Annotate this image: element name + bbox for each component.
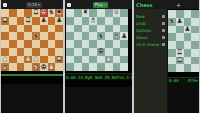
white-bishop: ♝ bbox=[2, 64, 8, 71]
white-king: ♚ bbox=[98, 48, 104, 55]
white-rook: ♜ bbox=[176, 57, 182, 64]
menu-item[interactable]: v5.0: Game Menu… bbox=[134, 41, 167, 48]
square[interactable] bbox=[176, 41, 184, 49]
eval-text: +2.3 d=12 bbox=[119, 75, 132, 80]
menu-item-icon bbox=[162, 43, 165, 46]
menu-item[interactable]: About bbox=[134, 34, 167, 41]
black-pawn: ♟ bbox=[176, 18, 182, 25]
square[interactable]: ♛ bbox=[113, 9, 121, 17]
chevron-down-icon: ▾ bbox=[104, 2, 106, 7]
white-pawn: ♟ bbox=[105, 56, 111, 63]
square[interactable]: ♞ bbox=[32, 32, 40, 40]
white-pawn: ♟ bbox=[33, 56, 39, 63]
square[interactable] bbox=[66, 32, 74, 40]
square[interactable]: ♞ bbox=[48, 9, 56, 17]
square[interactable] bbox=[9, 56, 17, 64]
square[interactable] bbox=[74, 25, 82, 33]
square[interactable]: ♟ bbox=[120, 32, 128, 40]
white-knight: ♞ bbox=[33, 64, 39, 71]
square[interactable]: ♜ bbox=[176, 57, 184, 65]
square[interactable] bbox=[168, 49, 176, 57]
square[interactable] bbox=[9, 63, 17, 71]
square[interactable] bbox=[97, 9, 105, 17]
square[interactable] bbox=[40, 25, 48, 33]
game-menu-label: 0:10 bbox=[28, 2, 37, 7]
square[interactable] bbox=[97, 63, 105, 71]
square[interactable] bbox=[97, 56, 105, 64]
lower-area bbox=[168, 83, 199, 113]
square[interactable] bbox=[1, 9, 9, 17]
menu-item-label: v5.0: Game Menu… bbox=[136, 42, 161, 47]
square[interactable] bbox=[24, 32, 32, 40]
square[interactable] bbox=[1, 25, 9, 33]
square[interactable] bbox=[74, 40, 82, 48]
square[interactable] bbox=[184, 64, 192, 72]
square[interactable] bbox=[168, 33, 176, 41]
square[interactable] bbox=[24, 63, 32, 71]
plus-icon[interactable]: + bbox=[176, 2, 181, 8]
menu-item-icon bbox=[162, 22, 165, 25]
square[interactable] bbox=[24, 48, 32, 56]
white-rook: ♜ bbox=[2, 17, 8, 24]
square[interactable]: ♚ bbox=[40, 63, 48, 71]
square[interactable] bbox=[191, 49, 199, 57]
square[interactable]: ♜ bbox=[82, 9, 90, 17]
app-icon bbox=[67, 3, 71, 7]
square[interactable] bbox=[191, 33, 199, 41]
square[interactable] bbox=[105, 32, 113, 40]
menu-item[interactable]: New bbox=[134, 13, 167, 20]
square[interactable] bbox=[82, 63, 90, 71]
square[interactable] bbox=[17, 9, 25, 17]
square[interactable] bbox=[120, 9, 128, 17]
square[interactable] bbox=[105, 17, 113, 25]
square[interactable] bbox=[66, 9, 74, 17]
square[interactable]: ♚ bbox=[40, 9, 48, 17]
square[interactable] bbox=[74, 63, 82, 71]
square[interactable] bbox=[17, 63, 25, 71]
square[interactable] bbox=[97, 25, 105, 33]
square[interactable]: ♟ bbox=[105, 56, 113, 64]
toolbar: 0:10▾ bbox=[1, 0, 63, 9]
menu-item-label: Options bbox=[136, 28, 151, 33]
square[interactable]: ♝ bbox=[1, 63, 9, 71]
square[interactable] bbox=[40, 32, 48, 40]
square[interactable] bbox=[97, 17, 105, 25]
chess-board-teal[interactable]: ♜♛♝♞♝♟♚♟ bbox=[66, 9, 128, 71]
square[interactable]: ♟ bbox=[55, 17, 63, 25]
square[interactable] bbox=[113, 56, 121, 64]
square[interactable] bbox=[191, 18, 199, 26]
black-knight: ♞ bbox=[98, 33, 104, 40]
square[interactable] bbox=[40, 40, 48, 48]
panel-teal-board: Play▾ ♜♛♝♞♝♟♚♟ 0:00 24.Bg5 Ne5 25.Bd7 +2… bbox=[65, 0, 132, 113]
square[interactable] bbox=[82, 40, 90, 48]
square[interactable] bbox=[66, 17, 74, 25]
square[interactable] bbox=[168, 10, 176, 18]
square[interactable] bbox=[184, 33, 192, 41]
white-bishop: ♝ bbox=[113, 33, 119, 40]
square[interactable] bbox=[89, 32, 97, 40]
menu-item-icon bbox=[162, 29, 165, 32]
square[interactable]: ♟ bbox=[176, 18, 184, 26]
move-list-area bbox=[65, 87, 132, 113]
menu-item-icon bbox=[162, 15, 165, 18]
square[interactable]: ♟ bbox=[32, 56, 40, 64]
square[interactable] bbox=[55, 63, 63, 71]
square[interactable]: ♞ bbox=[168, 18, 176, 26]
square[interactable] bbox=[9, 48, 17, 56]
square[interactable] bbox=[113, 63, 121, 71]
square[interactable] bbox=[55, 48, 63, 56]
black-knight: ♞ bbox=[169, 18, 175, 25]
square[interactable] bbox=[66, 63, 74, 71]
panel-classic-board: 0:10▾ ♜♚♞♜♜♜♟♟♞♟♟♟♜♝♞♚♟ bbox=[1, 0, 63, 113]
engine-status-bar: 0:00 24.Bg5 Ne5 25.Bd7 +2.3 d=12 bbox=[65, 73, 132, 80]
panel-body: ♞♟♟♜♜ 0:00 Rf6+ NewUndoOptionsAboutv5.0:… bbox=[134, 9, 199, 113]
square[interactable] bbox=[176, 10, 184, 18]
square[interactable] bbox=[17, 40, 25, 48]
square[interactable]: ♜ bbox=[32, 9, 40, 17]
square[interactable]: ♞ bbox=[97, 32, 105, 40]
square[interactable] bbox=[184, 18, 192, 26]
black-rook: ♜ bbox=[56, 9, 62, 16]
white-king: ♚ bbox=[40, 64, 46, 71]
square[interactable] bbox=[24, 9, 32, 17]
triple-screenshot: 0:10▾ ♜♚♞♜♜♜♟♟♞♟♟♟♜♝♞♚♟ Play▾ ♜♛♝♞♝♟♚♟ 0… bbox=[0, 0, 200, 113]
move-list-area bbox=[1, 84, 63, 113]
square[interactable] bbox=[9, 32, 17, 40]
square[interactable] bbox=[9, 40, 17, 48]
black-pawn: ♟ bbox=[40, 17, 46, 24]
square[interactable] bbox=[55, 32, 63, 40]
square[interactable] bbox=[48, 48, 56, 56]
square[interactable] bbox=[74, 9, 82, 17]
square[interactable] bbox=[74, 48, 82, 56]
square[interactable] bbox=[89, 56, 97, 64]
square[interactable] bbox=[32, 48, 40, 56]
square[interactable] bbox=[74, 56, 82, 64]
square[interactable] bbox=[82, 32, 90, 40]
square[interactable] bbox=[168, 64, 176, 72]
play-label: Play bbox=[95, 2, 103, 7]
square[interactable] bbox=[89, 48, 97, 56]
square[interactable] bbox=[74, 32, 82, 40]
white-rook: ♜ bbox=[56, 56, 62, 63]
square[interactable] bbox=[120, 17, 128, 25]
square[interactable] bbox=[176, 64, 184, 72]
square[interactable] bbox=[105, 63, 113, 71]
black-pawn: ♟ bbox=[56, 17, 62, 24]
square[interactable] bbox=[184, 49, 192, 57]
square[interactable]: ♜ bbox=[1, 17, 9, 25]
square[interactable] bbox=[97, 40, 105, 48]
square[interactable] bbox=[191, 26, 199, 34]
square[interactable] bbox=[113, 25, 121, 33]
square[interactable] bbox=[89, 25, 97, 33]
square[interactable] bbox=[48, 56, 56, 64]
square[interactable] bbox=[24, 25, 32, 33]
square[interactable] bbox=[168, 26, 176, 34]
square[interactable] bbox=[48, 32, 56, 40]
square[interactable] bbox=[113, 40, 121, 48]
square[interactable] bbox=[105, 48, 113, 56]
panel-menu-over-board: Chess + ♞♟♟♜♜ 0:00 Rf6+ NewUndoOptionsAb… bbox=[134, 0, 199, 113]
square[interactable] bbox=[184, 41, 192, 49]
square[interactable] bbox=[89, 40, 97, 48]
square[interactable] bbox=[9, 17, 17, 25]
toolbar: Play▾ bbox=[65, 0, 132, 9]
black-pawn: ♟ bbox=[184, 26, 190, 33]
square[interactable] bbox=[9, 9, 17, 17]
app-icon bbox=[3, 3, 7, 7]
square[interactable] bbox=[32, 25, 40, 33]
square[interactable] bbox=[9, 25, 17, 33]
square[interactable] bbox=[168, 41, 176, 49]
menu-item[interactable]: Options bbox=[134, 27, 167, 34]
square[interactable] bbox=[40, 48, 48, 56]
square[interactable] bbox=[191, 41, 199, 49]
menu-item-label: About bbox=[136, 35, 148, 40]
square[interactable] bbox=[24, 40, 32, 48]
square[interactable] bbox=[113, 17, 121, 25]
play-button[interactable]: Play▾ bbox=[93, 2, 108, 8]
square[interactable]: ♟ bbox=[48, 63, 56, 71]
square[interactable]: ♝ bbox=[113, 32, 121, 40]
square[interactable] bbox=[40, 56, 48, 64]
chess-board-classic[interactable]: ♜♚♞♜♜♜♟♟♞♟♟♟♜♝♞♚♟ bbox=[1, 9, 63, 71]
square[interactable] bbox=[48, 40, 56, 48]
square[interactable] bbox=[55, 25, 63, 33]
square[interactable] bbox=[66, 40, 74, 48]
black-queen: ♛ bbox=[113, 9, 119, 16]
square[interactable] bbox=[17, 32, 25, 40]
square[interactable] bbox=[105, 25, 113, 33]
square[interactable] bbox=[89, 9, 97, 17]
square[interactable] bbox=[191, 57, 199, 65]
square[interactable] bbox=[176, 26, 184, 34]
square[interactable]: ♚ bbox=[97, 48, 105, 56]
white-rook: ♜ bbox=[176, 49, 182, 56]
square[interactable]: ♜ bbox=[55, 56, 63, 64]
black-knight: ♞ bbox=[48, 9, 54, 16]
square[interactable] bbox=[55, 40, 63, 48]
toolbar: Chess + bbox=[134, 0, 199, 9]
square[interactable] bbox=[48, 25, 56, 33]
square[interactable] bbox=[17, 56, 25, 64]
white-pawn: ♟ bbox=[48, 64, 54, 71]
square[interactable]: ♟ bbox=[40, 17, 48, 25]
white-bishop: ♝ bbox=[90, 17, 96, 24]
square[interactable] bbox=[89, 63, 97, 71]
square[interactable] bbox=[32, 17, 40, 25]
white-rook: ♜ bbox=[25, 17, 31, 24]
app-title: Chess bbox=[136, 2, 153, 8]
square[interactable] bbox=[105, 9, 113, 17]
menu-item-icon bbox=[162, 36, 165, 39]
square[interactable]: ♜ bbox=[176, 49, 184, 57]
square[interactable] bbox=[66, 56, 74, 64]
square[interactable] bbox=[74, 17, 82, 25]
square[interactable] bbox=[82, 17, 90, 25]
square[interactable] bbox=[120, 25, 128, 33]
square[interactable] bbox=[184, 57, 192, 65]
square[interactable] bbox=[66, 25, 74, 33]
square[interactable] bbox=[17, 25, 25, 33]
game-menu-button[interactable]: 0:10▾ bbox=[26, 2, 42, 8]
square[interactable] bbox=[1, 32, 9, 40]
square[interactable] bbox=[32, 40, 40, 48]
black-pawn: ♟ bbox=[121, 33, 127, 40]
menu-item-label: New bbox=[136, 14, 145, 19]
square[interactable] bbox=[120, 40, 128, 48]
black-king: ♚ bbox=[40, 9, 46, 16]
square[interactable] bbox=[66, 48, 74, 56]
black-rook: ♜ bbox=[82, 9, 88, 16]
square[interactable] bbox=[1, 48, 9, 56]
square[interactable] bbox=[1, 40, 9, 48]
square[interactable] bbox=[168, 57, 176, 65]
black-knight: ♞ bbox=[33, 33, 39, 40]
square[interactable] bbox=[120, 63, 128, 71]
square[interactable] bbox=[82, 25, 90, 33]
square[interactable]: ♟ bbox=[184, 26, 192, 34]
game-menu-drawer: NewUndoOptionsAboutv5.0: Game Menu… bbox=[134, 9, 168, 113]
square[interactable]: ♜ bbox=[55, 9, 63, 17]
square[interactable] bbox=[17, 48, 25, 56]
square[interactable] bbox=[105, 40, 113, 48]
white-pawn: ♟ bbox=[25, 56, 31, 63]
square[interactable] bbox=[82, 56, 90, 64]
chevron-down-icon: ▾ bbox=[38, 2, 40, 7]
square[interactable]: ♜ bbox=[24, 17, 32, 25]
square[interactable] bbox=[113, 48, 121, 56]
square[interactable] bbox=[191, 10, 199, 18]
lower-area bbox=[1, 76, 63, 84]
move-text: 0:00 24.Bg5 Ne5 25.Bd7 bbox=[66, 75, 119, 80]
square[interactable]: ♟ bbox=[1, 56, 9, 64]
square[interactable]: ♝ bbox=[89, 17, 97, 25]
square[interactable] bbox=[17, 17, 25, 25]
square[interactable] bbox=[191, 64, 199, 72]
square[interactable] bbox=[184, 10, 192, 18]
white-pawn: ♟ bbox=[2, 56, 8, 63]
square[interactable]: ♞ bbox=[32, 63, 40, 71]
menu-item[interactable]: Undo bbox=[134, 20, 167, 27]
square[interactable] bbox=[176, 33, 184, 41]
white-rook: ♜ bbox=[33, 9, 39, 16]
square[interactable] bbox=[82, 48, 90, 56]
menu-item-label: Undo bbox=[136, 21, 146, 26]
lower-area bbox=[65, 80, 132, 87]
square[interactable] bbox=[120, 48, 128, 56]
square[interactable]: ♟ bbox=[24, 56, 32, 64]
square[interactable] bbox=[120, 56, 128, 64]
square[interactable] bbox=[48, 17, 56, 25]
